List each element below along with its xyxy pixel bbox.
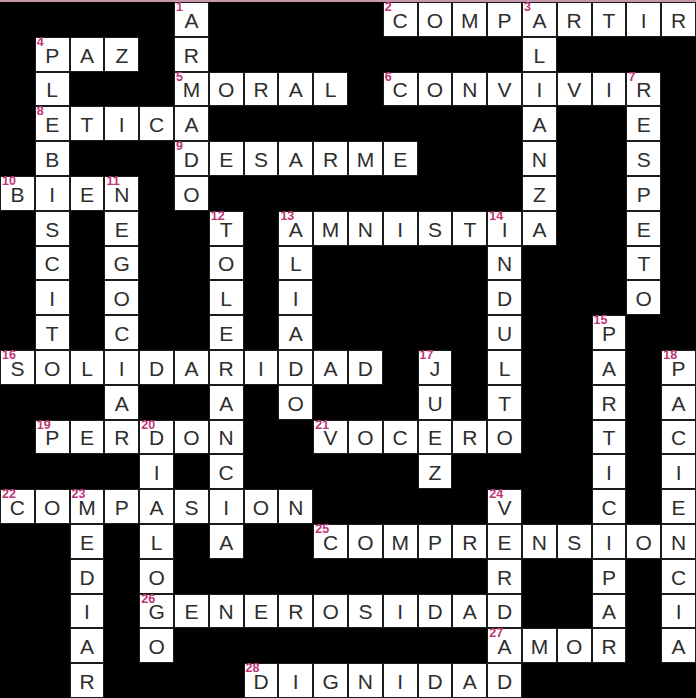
- cell-letter: E: [45, 114, 59, 135]
- cell-12-5[interactable]: O: [174, 420, 209, 455]
- cell-11-3[interactable]: A: [104, 385, 139, 420]
- black-cell-3-7: [244, 106, 279, 141]
- cell-18-2[interactable]: A: [70, 628, 105, 663]
- black-cell-16-6: [209, 559, 244, 594]
- black-cell-1-16: [557, 37, 592, 72]
- cell-6-8[interactable]: 13A: [278, 211, 313, 246]
- black-cell-7-5: [174, 246, 209, 281]
- cell-14-7[interactable]: O: [244, 489, 279, 524]
- cell-9-1[interactable]: T: [35, 315, 70, 350]
- cell-15-6[interactable]: A: [209, 524, 244, 559]
- cell-letter: A: [672, 636, 686, 657]
- cell-letter: M: [357, 149, 375, 170]
- black-cell-13-7: [244, 454, 279, 489]
- cell-letter: A: [463, 671, 477, 692]
- cell-15-11[interactable]: M: [383, 524, 418, 559]
- cell-19-7[interactable]: 28D: [244, 663, 279, 698]
- cell-15-14[interactable]: E: [487, 524, 522, 559]
- black-cell-19-1: [35, 663, 70, 698]
- cell-10-0[interactable]: 16S: [0, 350, 35, 385]
- cell-15-12[interactable]: P: [418, 524, 453, 559]
- cell-6-9[interactable]: M: [313, 211, 348, 246]
- cell-2-11[interactable]: 6C: [383, 72, 418, 107]
- cell-12-11[interactable]: C: [383, 420, 418, 455]
- cell-13-19[interactable]: I: [661, 454, 696, 489]
- cell-17-5[interactable]: E: [174, 594, 209, 629]
- cell-9-3[interactable]: C: [104, 315, 139, 350]
- cell-0-18[interactable]: I: [626, 2, 661, 37]
- cell-19-12[interactable]: D: [418, 663, 453, 698]
- black-cell-8-5: [174, 280, 209, 315]
- cell-0-16[interactable]: R: [557, 2, 592, 37]
- cell-4-10[interactable]: M: [348, 141, 383, 176]
- cell-letter: T: [637, 253, 650, 274]
- black-cell-3-12: [418, 106, 453, 141]
- cell-19-10[interactable]: N: [348, 663, 383, 698]
- cell-3-1[interactable]: 8E: [35, 106, 70, 141]
- clue-number-24: 24: [489, 488, 503, 501]
- cell-letter: P: [428, 532, 442, 553]
- cell-14-2[interactable]: 23M: [70, 489, 105, 524]
- cell-letter: P: [115, 497, 129, 518]
- cell-12-1[interactable]: 19P: [35, 420, 70, 455]
- cell-letter: L: [534, 45, 546, 66]
- cell-0-15[interactable]: 3A: [522, 2, 557, 37]
- cell-8-8[interactable]: I: [278, 280, 313, 315]
- cell-6-6[interactable]: 12T: [209, 211, 244, 246]
- black-cell-15-3: [104, 524, 139, 559]
- cell-13-6[interactable]: C: [209, 454, 244, 489]
- cell-6-14[interactable]: 14I: [487, 211, 522, 246]
- cell-10-1[interactable]: O: [35, 350, 70, 385]
- cell-0-14[interactable]: P: [487, 2, 522, 37]
- cell-6-3[interactable]: E: [104, 211, 139, 246]
- black-cell-9-18: [626, 315, 661, 350]
- cell-12-14[interactable]: O: [487, 420, 522, 455]
- cell-letter: R: [184, 45, 199, 66]
- cell-15-15[interactable]: N: [522, 524, 557, 559]
- black-cell-7-10: [348, 246, 383, 281]
- cell-16-17[interactable]: P: [592, 559, 627, 594]
- cell-17-10[interactable]: S: [348, 594, 383, 629]
- clue-number-19: 19: [37, 419, 51, 432]
- cell-0-5[interactable]: 1A: [174, 2, 209, 37]
- cell-19-2[interactable]: R: [70, 663, 105, 698]
- cell-2-8[interactable]: A: [278, 72, 313, 107]
- cell-14-17[interactable]: C: [592, 489, 627, 524]
- cell-19-13[interactable]: A: [452, 663, 487, 698]
- cell-18-16[interactable]: O: [557, 628, 592, 663]
- cell-2-17[interactable]: I: [592, 72, 627, 107]
- cell-4-8[interactable]: A: [278, 141, 313, 176]
- black-cell-0-2: [70, 2, 105, 37]
- cell-letter: M: [461, 10, 479, 31]
- cell-3-3[interactable]: I: [104, 106, 139, 141]
- black-cell-19-5: [174, 663, 209, 698]
- cell-19-8[interactable]: I: [278, 663, 313, 698]
- cell-4-7[interactable]: S: [244, 141, 279, 176]
- cell-letter: E: [393, 149, 407, 170]
- cell-0-13[interactable]: M: [452, 2, 487, 37]
- black-cell-5-7: [244, 176, 279, 211]
- black-cell-4-4: [139, 141, 174, 176]
- black-cell-12-16: [557, 420, 592, 455]
- cell-7-6[interactable]: O: [209, 246, 244, 281]
- cell-18-15[interactable]: M: [522, 628, 557, 663]
- cell-12-9[interactable]: 21V: [313, 420, 348, 455]
- cell-1-2[interactable]: A: [70, 37, 105, 72]
- cell-1-1[interactable]: 4P: [35, 37, 70, 72]
- black-cell-6-4: [139, 211, 174, 246]
- cell-18-19[interactable]: A: [661, 628, 696, 663]
- cell-19-14[interactable]: D: [487, 663, 522, 698]
- cell-7-18[interactable]: T: [626, 246, 661, 281]
- cell-letter: I: [606, 532, 612, 553]
- black-cell-13-10: [348, 454, 383, 489]
- black-cell-16-18: [626, 559, 661, 594]
- cell-14-0[interactable]: 22C: [0, 489, 35, 524]
- cell-letter: R: [219, 358, 234, 379]
- black-cell-14-10: [348, 489, 383, 524]
- cell-2-6[interactable]: O: [209, 72, 244, 107]
- cell-14-1[interactable]: O: [35, 489, 70, 524]
- cell-letter: I: [676, 601, 682, 622]
- cell-5-18[interactable]: P: [626, 176, 661, 211]
- cell-12-4[interactable]: 20D: [139, 420, 174, 455]
- cell-2-12[interactable]: O: [418, 72, 453, 107]
- cell-11-17[interactable]: R: [592, 385, 627, 420]
- cell-8-3[interactable]: O: [104, 280, 139, 315]
- cell-letter: B: [45, 149, 59, 170]
- cell-letter: I: [154, 462, 160, 483]
- cell-17-8[interactable]: R: [278, 594, 313, 629]
- cell-6-10[interactable]: N: [348, 211, 383, 246]
- cell-13-4[interactable]: I: [139, 454, 174, 489]
- black-cell-7-0: [0, 246, 35, 281]
- cell-10-3[interactable]: I: [104, 350, 139, 385]
- black-cell-16-1: [35, 559, 70, 594]
- cell-9-17[interactable]: 15P: [592, 315, 627, 350]
- cell-17-11[interactable]: I: [383, 594, 418, 629]
- cell-10-5[interactable]: A: [174, 350, 209, 385]
- black-cell-1-17: [592, 37, 627, 72]
- clue-number-27: 27: [489, 627, 503, 640]
- cell-letter: M: [531, 636, 549, 657]
- cell-letter: R: [114, 427, 129, 448]
- cell-10-17[interactable]: A: [592, 350, 627, 385]
- cell-6-18[interactable]: E: [626, 211, 661, 246]
- cell-14-3[interactable]: P: [104, 489, 139, 524]
- cell-15-2[interactable]: E: [70, 524, 105, 559]
- cell-16-14[interactable]: R: [487, 559, 522, 594]
- cell-4-6[interactable]: E: [209, 141, 244, 176]
- black-cell-13-14: [487, 454, 522, 489]
- cell-letter: L: [151, 532, 163, 553]
- black-cell-4-17: [592, 141, 627, 176]
- cell-12-10[interactable]: O: [348, 420, 383, 455]
- black-cell-18-10: [348, 628, 383, 663]
- black-cell-16-8: [278, 559, 313, 594]
- cell-15-18[interactable]: O: [626, 524, 661, 559]
- cell-3-18[interactable]: E: [626, 106, 661, 141]
- cell-9-6[interactable]: E: [209, 315, 244, 350]
- cell-12-19[interactable]: C: [661, 420, 696, 455]
- cell-15-4[interactable]: L: [139, 524, 174, 559]
- black-cell-18-5: [174, 628, 209, 663]
- cell-18-17[interactable]: R: [592, 628, 627, 663]
- clue-number-4: 4: [37, 36, 44, 49]
- cell-15-19[interactable]: N: [661, 524, 696, 559]
- cell-17-19[interactable]: I: [661, 594, 696, 629]
- black-cell-13-18: [626, 454, 661, 489]
- cell-17-13[interactable]: A: [452, 594, 487, 629]
- cell-0-19[interactable]: R: [661, 2, 696, 37]
- cell-14-8[interactable]: N: [278, 489, 313, 524]
- black-cell-4-3: [104, 141, 139, 176]
- cell-2-18[interactable]: 7R: [626, 72, 661, 107]
- cell-letter: I: [606, 462, 612, 483]
- black-cell-9-10: [348, 315, 383, 350]
- cell-0-17[interactable]: T: [592, 2, 627, 37]
- cell-14-14[interactable]: 24V: [487, 489, 522, 524]
- cell-14-4[interactable]: A: [139, 489, 174, 524]
- cell-4-11[interactable]: E: [383, 141, 418, 176]
- cell-15-9[interactable]: 25C: [313, 524, 348, 559]
- cell-12-3[interactable]: R: [104, 420, 139, 455]
- cell-11-8[interactable]: O: [278, 385, 313, 420]
- cell-6-1[interactable]: S: [35, 211, 70, 246]
- cell-2-14[interactable]: V: [487, 72, 522, 107]
- cell-5-15[interactable]: Z: [522, 176, 557, 211]
- cell-10-7[interactable]: I: [244, 350, 279, 385]
- cell-1-5[interactable]: R: [174, 37, 209, 72]
- black-cell-5-11: [383, 176, 418, 211]
- cell-1-3[interactable]: Z: [104, 37, 139, 72]
- cell-letter: T: [603, 10, 616, 31]
- cell-letter: D: [288, 358, 303, 379]
- cell-5-2[interactable]: E: [70, 176, 105, 211]
- cell-10-14[interactable]: L: [487, 350, 522, 385]
- cell-6-13[interactable]: T: [452, 211, 487, 246]
- cell-10-2[interactable]: L: [70, 350, 105, 385]
- black-cell-19-16: [557, 663, 592, 698]
- cell-12-6[interactable]: N: [209, 420, 244, 455]
- black-cell-0-6: [209, 2, 244, 37]
- cell-letter: A: [463, 601, 477, 622]
- black-cell-15-5: [174, 524, 209, 559]
- cell-letter: A: [289, 149, 303, 170]
- cell-12-12[interactable]: E: [418, 420, 453, 455]
- cell-letter: L: [499, 358, 511, 379]
- cell-17-7[interactable]: E: [244, 594, 279, 629]
- clue-number-14: 14: [489, 210, 503, 223]
- cell-10-8[interactable]: D: [278, 350, 313, 385]
- cell-15-16[interactable]: S: [557, 524, 592, 559]
- cell-12-17[interactable]: T: [592, 420, 627, 455]
- cell-letter: C: [393, 427, 408, 448]
- black-cell-7-19: [661, 246, 696, 281]
- cell-6-12[interactable]: S: [418, 211, 453, 246]
- cell-0-11[interactable]: 2C: [383, 2, 418, 37]
- cell-14-19[interactable]: E: [661, 489, 696, 524]
- cell-19-11[interactable]: I: [383, 663, 418, 698]
- cell-3-2[interactable]: T: [70, 106, 105, 141]
- cell-17-14[interactable]: D: [487, 594, 522, 629]
- cell-17-4[interactable]: 26G: [139, 594, 174, 629]
- black-cell-1-18: [626, 37, 661, 72]
- cell-15-13[interactable]: R: [452, 524, 487, 559]
- cell-letter: I: [119, 358, 125, 379]
- cell-5-1[interactable]: I: [35, 176, 70, 211]
- cell-letter: E: [115, 219, 129, 240]
- black-cell-16-5: [174, 559, 209, 594]
- cell-7-1[interactable]: C: [35, 246, 70, 281]
- black-cell-3-0: [0, 106, 35, 141]
- cell-19-9[interactable]: G: [313, 663, 348, 698]
- cell-4-15[interactable]: N: [522, 141, 557, 176]
- cell-letter: N: [358, 219, 373, 240]
- clue-number-20: 20: [141, 419, 155, 432]
- black-cell-6-2: [70, 211, 105, 246]
- cell-letter: O: [148, 636, 164, 657]
- cell-letter: A: [115, 393, 129, 414]
- cell-11-12[interactable]: U: [418, 385, 453, 420]
- cell-letter: E: [80, 184, 94, 205]
- cell-letter: I: [258, 358, 264, 379]
- cell-2-7[interactable]: R: [244, 72, 279, 107]
- cell-17-6[interactable]: N: [209, 594, 244, 629]
- cell-2-9[interactable]: L: [313, 72, 348, 107]
- black-cell-19-4: [139, 663, 174, 698]
- cell-11-19[interactable]: A: [661, 385, 696, 420]
- cell-16-19[interactable]: C: [661, 559, 696, 594]
- black-cell-2-4: [139, 72, 174, 107]
- black-cell-8-0: [0, 280, 35, 315]
- cell-11-14[interactable]: T: [487, 385, 522, 420]
- clue-number-22: 22: [2, 488, 16, 501]
- cell-8-18[interactable]: O: [626, 280, 661, 315]
- black-cell-11-18: [626, 385, 661, 420]
- cell-17-2[interactable]: I: [70, 594, 105, 629]
- cell-3-15[interactable]: A: [522, 106, 557, 141]
- black-cell-5-14: [487, 176, 522, 211]
- cell-10-9[interactable]: A: [313, 350, 348, 385]
- cell-17-17[interactable]: A: [592, 594, 627, 629]
- cell-5-0[interactable]: 10B: [0, 176, 35, 211]
- cell-letter: I: [676, 462, 682, 483]
- cell-14-6[interactable]: I: [209, 489, 244, 524]
- black-cell-8-7: [244, 280, 279, 315]
- cell-3-5[interactable]: A: [174, 106, 209, 141]
- black-cell-11-0: [0, 385, 35, 420]
- cell-2-15[interactable]: I: [522, 72, 557, 107]
- cell-letter: U: [497, 323, 512, 344]
- cell-letter: O: [636, 288, 652, 309]
- cell-1-15[interactable]: L: [522, 37, 557, 72]
- clue-number-8: 8: [37, 105, 44, 118]
- cell-2-13[interactable]: N: [452, 72, 487, 107]
- cell-17-9[interactable]: O: [313, 594, 348, 629]
- cell-10-12[interactable]: 17J: [418, 350, 453, 385]
- cell-16-2[interactable]: D: [70, 559, 105, 594]
- black-cell-17-15: [522, 594, 557, 629]
- cell-6-11[interactable]: I: [383, 211, 418, 246]
- black-cell-18-9: [313, 628, 348, 663]
- black-cell-19-3: [104, 663, 139, 698]
- cell-14-5[interactable]: S: [174, 489, 209, 524]
- cell-4-5[interactable]: 9D: [174, 141, 209, 176]
- cell-7-8[interactable]: L: [278, 246, 313, 281]
- cell-18-14[interactable]: 27A: [487, 628, 522, 663]
- black-cell-18-3: [104, 628, 139, 663]
- cell-letter: I: [397, 671, 403, 692]
- cell-8-6[interactable]: L: [209, 280, 244, 315]
- black-cell-4-2: [70, 141, 105, 176]
- cell-10-6[interactable]: R: [209, 350, 244, 385]
- black-cell-12-7: [244, 420, 279, 455]
- cell-8-14[interactable]: D: [487, 280, 522, 315]
- cell-15-17[interactable]: I: [592, 524, 627, 559]
- clue-number-1: 1: [176, 1, 183, 14]
- cell-2-1[interactable]: L: [35, 72, 70, 107]
- cell-letter: S: [428, 219, 442, 240]
- cell-letter: E: [672, 497, 686, 518]
- cell-10-10[interactable]: D: [348, 350, 383, 385]
- cell-letter: R: [323, 149, 338, 170]
- cell-7-14[interactable]: N: [487, 246, 522, 281]
- black-cell-13-16: [557, 454, 592, 489]
- black-cell-17-3: [104, 594, 139, 629]
- cell-2-16[interactable]: V: [557, 72, 592, 107]
- black-cell-3-16: [557, 106, 592, 141]
- black-cell-9-5: [174, 315, 209, 350]
- cell-11-6[interactable]: A: [209, 385, 244, 420]
- cell-letter: O: [357, 427, 373, 448]
- cell-6-15[interactable]: A: [522, 211, 557, 246]
- cell-5-3[interactable]: 11N: [104, 176, 139, 211]
- cell-9-8[interactable]: A: [278, 315, 313, 350]
- cell-letter: S: [567, 532, 581, 553]
- cell-4-1[interactable]: B: [35, 141, 70, 176]
- cell-5-5[interactable]: O: [174, 176, 209, 211]
- cell-13-12[interactable]: Z: [418, 454, 453, 489]
- cell-8-1[interactable]: I: [35, 280, 70, 315]
- cell-letter: R: [601, 636, 616, 657]
- cell-18-4[interactable]: O: [139, 628, 174, 663]
- black-cell-7-7: [244, 246, 279, 281]
- cell-12-13[interactable]: R: [452, 420, 487, 455]
- black-cell-16-12: [418, 559, 453, 594]
- cell-17-12[interactable]: D: [418, 594, 453, 629]
- black-cell-14-18: [626, 489, 661, 524]
- cell-4-9[interactable]: R: [313, 141, 348, 176]
- cell-letter: N: [497, 253, 512, 274]
- black-cell-14-13: [452, 489, 487, 524]
- cell-10-19[interactable]: 18P: [661, 350, 696, 385]
- cell-12-2[interactable]: E: [70, 420, 105, 455]
- cell-2-5[interactable]: 5M: [174, 72, 209, 107]
- cell-10-4[interactable]: D: [139, 350, 174, 385]
- cell-15-10[interactable]: O: [348, 524, 383, 559]
- cell-3-4[interactable]: C: [139, 106, 174, 141]
- cell-0-12[interactable]: O: [418, 2, 453, 37]
- cell-13-17[interactable]: I: [592, 454, 627, 489]
- cell-letter: O: [44, 497, 60, 518]
- cell-4-18[interactable]: S: [626, 141, 661, 176]
- cell-9-14[interactable]: U: [487, 315, 522, 350]
- cell-7-3[interactable]: G: [104, 246, 139, 281]
- cell-16-4[interactable]: O: [139, 559, 174, 594]
